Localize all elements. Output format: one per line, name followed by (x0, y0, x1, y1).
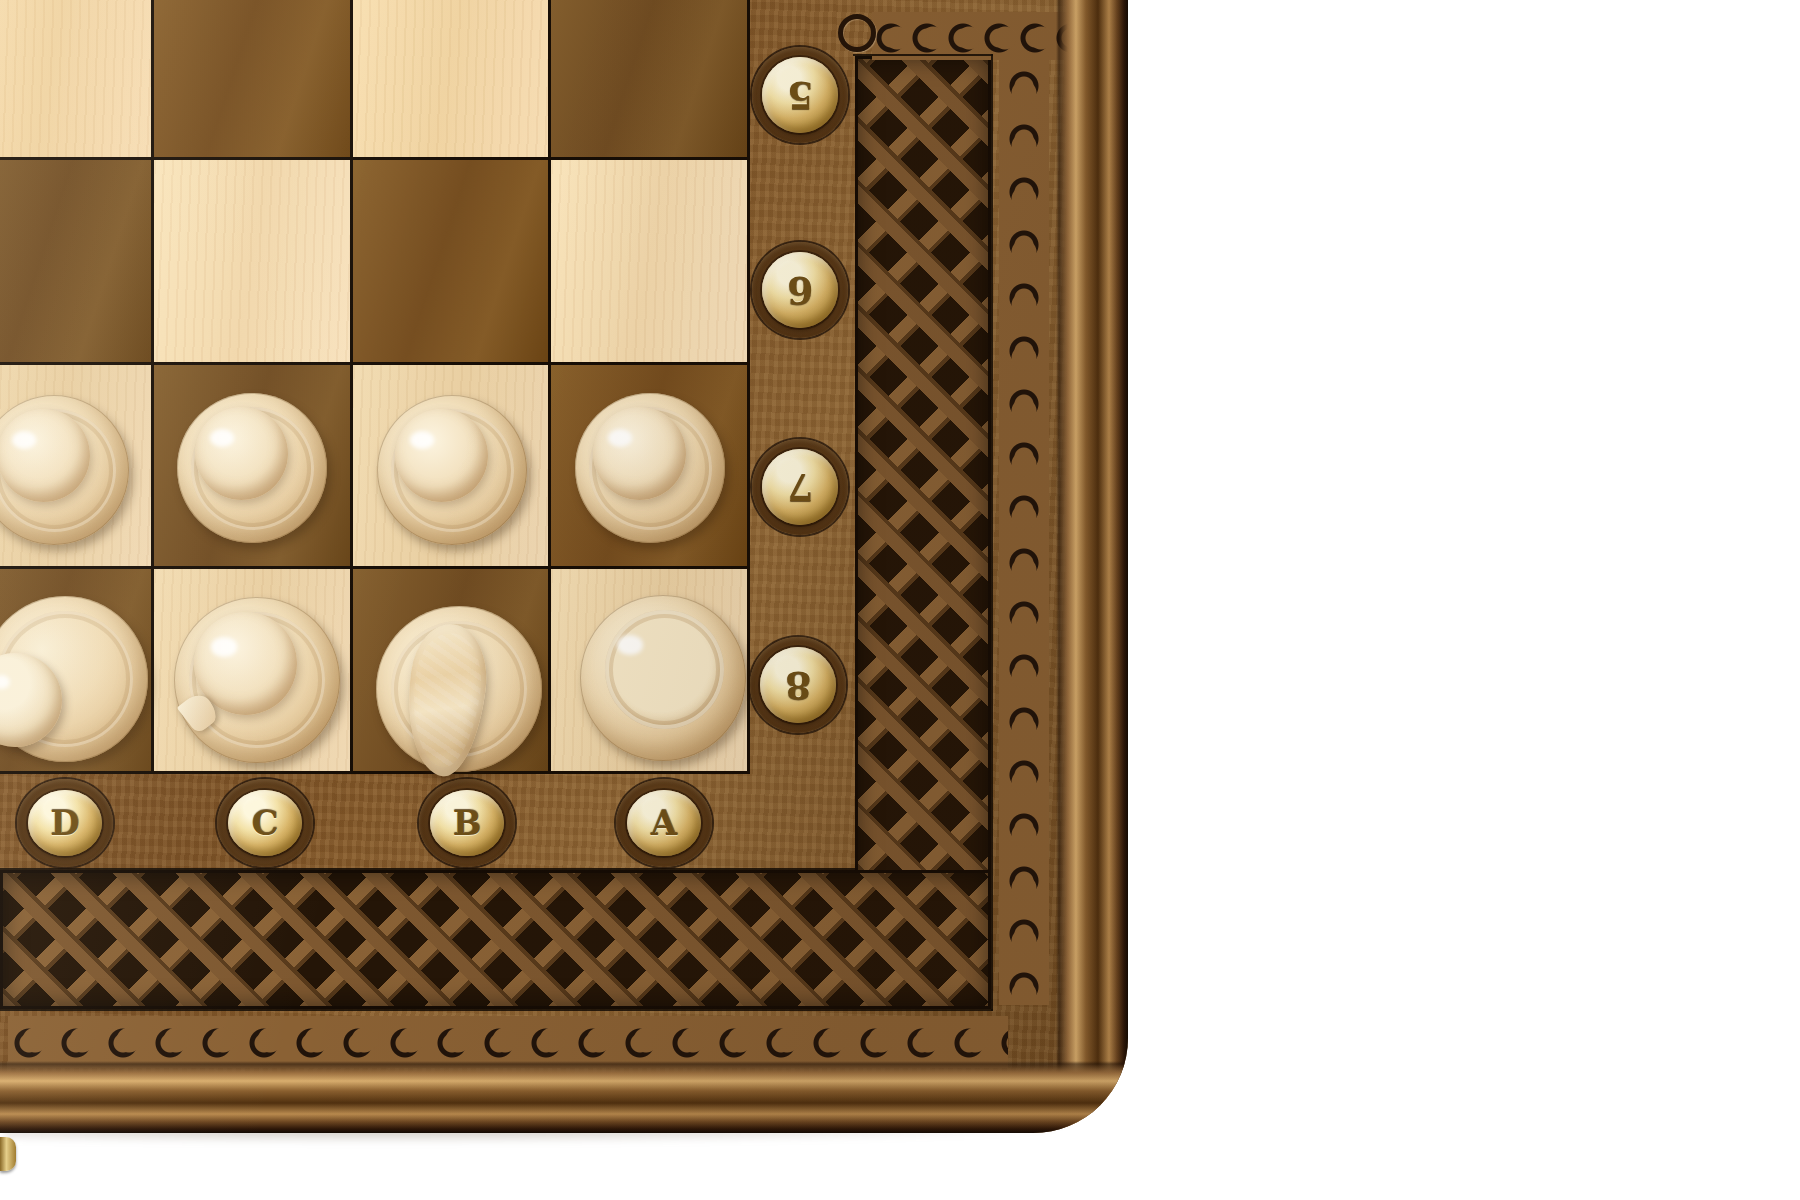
file-label-c-button: C (228, 790, 302, 856)
square-b5[interactable] (353, 0, 549, 157)
square-a5[interactable] (551, 0, 747, 157)
rank-label-6-button: 6 (762, 252, 838, 328)
carved-weave-border-right (855, 56, 991, 1009)
piece-c7-white-pawn[interactable] (177, 393, 327, 543)
piece-a8-white-rook[interactable] (580, 595, 746, 761)
rank-label-5: 5 (787, 73, 813, 118)
rank-label-5-button: 5 (762, 57, 838, 133)
piece-b7-white-pawn[interactable] (377, 395, 527, 545)
piece-b8-white-knight[interactable] (376, 606, 542, 772)
specular-highlight (410, 431, 434, 449)
rank-label-7: 7 (787, 465, 813, 510)
board-edge-bevel-bottom (0, 1061, 1128, 1133)
piece-d7-white-pawn[interactable] (0, 395, 129, 545)
brass-hinge (0, 1137, 16, 1171)
file-label-b: B (453, 803, 482, 843)
piece-a7-white-pawn[interactable] (575, 393, 725, 543)
file-label-a: A (651, 803, 677, 843)
rook-flat-top (605, 610, 725, 730)
square-a6[interactable] (551, 160, 747, 362)
square-d6[interactable] (0, 160, 151, 362)
specular-highlight (211, 637, 238, 657)
piece-c8-white-bishop[interactable] (174, 597, 340, 763)
frame-groove (0, 1009, 993, 1011)
carved-weave-border-bottom (0, 870, 991, 1009)
file-label-d-button: D (28, 790, 102, 856)
square-d5[interactable] (0, 0, 151, 157)
rank-label-8: 8 (785, 663, 811, 708)
file-label-d: D (50, 803, 79, 843)
pawn-head (395, 409, 488, 502)
board-edge-bevel-right (1056, 0, 1128, 1133)
piece-d8-white-queen[interactable] (0, 596, 148, 762)
photo-stage: 5 6 7 8 D C B A (0, 0, 1800, 1200)
bishop-dome (194, 612, 297, 715)
pawn-head (195, 407, 288, 500)
pawn-head (593, 407, 686, 500)
chevron-carving-band-right (999, 60, 1049, 1005)
ring-carving-icon (838, 14, 876, 52)
frame-groove (0, 868, 857, 870)
pawn-head (0, 409, 90, 502)
file-label-b-button: B (430, 790, 504, 856)
specular-highlight (608, 429, 632, 447)
rank-label-8-button: 8 (760, 647, 836, 723)
frame-groove (853, 54, 993, 56)
specular-highlight (12, 431, 36, 449)
rank-label-6: 6 (787, 268, 813, 313)
crescent-carving-band-bottom (8, 1016, 1008, 1068)
rank-label-7-button: 7 (762, 449, 838, 525)
specular-highlight (617, 635, 644, 655)
frame-groove (991, 54, 993, 1011)
square-c6[interactable] (154, 160, 350, 362)
chess-board-corner: 5 6 7 8 D C B A (0, 0, 1128, 1133)
file-label-c: C (251, 803, 278, 843)
crescent-carving-band-top (872, 12, 1088, 60)
square-c5[interactable] (154, 0, 350, 157)
specular-highlight (210, 429, 234, 447)
file-label-a-button: A (627, 790, 701, 856)
square-b6[interactable] (353, 160, 549, 362)
